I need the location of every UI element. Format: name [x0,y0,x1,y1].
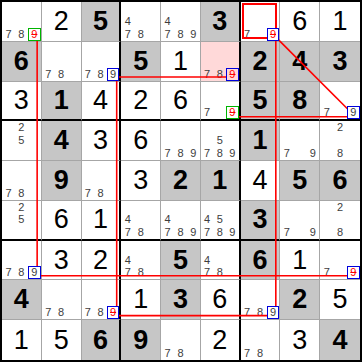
solved-digit: 1 [2,320,41,360]
candidate-grid: 79 [320,82,360,120]
candidate-9-eliminated: 9 [267,28,280,41]
candidate-9: 9 [226,147,239,160]
candidate-8: 8 [134,226,147,239]
given-digit: 5 [121,42,160,81]
candidate-7: 7 [241,306,254,319]
candidate-4: 4 [121,213,134,226]
candidate-8: 8 [213,267,226,280]
cell-r4c6[interactable]: 5789 [201,121,241,161]
cell-r4c1[interactable]: 25 [2,121,42,161]
cell-r1c1[interactable]: 789 [2,2,42,42]
candidate-grid: 789 [82,280,120,319]
cell-r2c8[interactable]: 4 [280,42,320,82]
candidate-7: 7 [82,187,95,200]
cell-r3c7[interactable]: 5 [241,82,281,122]
candidate-9: 9 [187,147,200,160]
cell-r1c4[interactable]: 478 [121,2,161,42]
candidate-grid: 789 [161,121,200,160]
cell-r7c1[interactable]: 789 [2,241,42,281]
candidate-8: 8 [134,28,147,41]
candidate-9-chain-node: 9 [107,68,120,81]
given-digit: 4 [2,280,41,319]
candidate-7: 7 [280,226,293,239]
solved-digit: 6 [201,280,239,319]
cell-r8c9[interactable]: 5 [320,280,360,320]
candidate-2: 2 [15,201,28,214]
cell-r7c9[interactable]: 79 [320,241,360,281]
candidate-grid: 79 [320,241,360,280]
cell-r9c5[interactable]: 78 [161,320,201,360]
cell-r2c1[interactable]: 6 [2,42,42,82]
candidate-7: 7 [201,68,214,81]
solved-digit: 3 [121,161,160,200]
cell-r7c5[interactable]: 5 [161,241,201,281]
cell-r5c5[interactable]: 2 [161,161,201,201]
cell-r9c3[interactable]: 6 [82,320,122,360]
candidate-8: 8 [254,306,267,319]
candidate-9: 9 [187,226,200,239]
candidate-4: 4 [201,213,214,226]
cell-r3c4[interactable]: 2 [121,82,161,122]
candidate-grid: 478 [121,2,160,41]
given-digit: 1 [201,161,239,200]
candidate-7: 7 [241,347,254,360]
candidate-grid: 4789 [161,201,200,239]
cell-r2c5[interactable]: 1 [161,42,201,82]
candidate-7: 7 [201,147,214,160]
cell-r3c6[interactable]: 79 [201,82,241,122]
candidate-grid: 28 [320,201,360,239]
given-digit: 4 [42,121,81,160]
candidate-8: 8 [213,68,226,81]
given-digit: 3 [320,42,360,81]
candidate-8: 8 [213,147,226,160]
cell-r8c6[interactable]: 6 [201,280,241,320]
solved-digit: 5 [320,280,360,319]
cell-r2c9[interactable]: 3 [320,42,360,82]
candidate-8: 8 [254,347,267,360]
cell-r7c2[interactable]: 3 [42,241,82,281]
given-digit: 1 [42,82,81,120]
cell-r5c1[interactable]: 78 [2,161,42,201]
cell-r1c2[interactable]: 2 [42,2,82,42]
cell-r7c7[interactable]: 6 [241,241,281,281]
candidate-7: 7 [280,147,293,160]
cell-r4c9[interactable]: 28 [320,121,360,161]
candidate-8: 8 [174,347,187,360]
candidate-4: 4 [201,254,214,267]
candidate-7: 7 [320,266,333,279]
candidate-grid: 789 [241,280,280,319]
candidate-9: 9 [306,226,319,239]
candidate-grid: 478 [121,201,160,239]
candidate-5: 5 [15,213,28,226]
candidate-7: 7 [320,106,333,119]
cell-r7c4[interactable]: 478 [121,241,161,281]
cell-r4c4[interactable]: 6 [121,121,161,161]
given-digit: 4 [320,320,360,360]
cell-r5c8[interactable]: 5 [280,161,320,201]
cell-r9c6[interactable]: 2 [201,320,241,360]
cell-r3c8[interactable]: 8 [280,82,320,122]
solved-digit: 2 [82,241,120,280]
candidate-2: 2 [15,121,28,134]
cell-r7c6[interactable]: 478 [201,241,241,281]
candidate-8: 8 [213,226,226,239]
cell-r2c7[interactable]: 2 [241,42,281,82]
cell-r1c5[interactable]: 4789 [161,2,201,42]
candidate-9-eliminated: 9 [226,106,239,119]
cell-r2c4[interactable]: 5 [121,42,161,82]
candidate-7: 7 [2,28,15,41]
given-digit: 3 [241,201,280,239]
given-digit: 1 [241,121,280,160]
candidate-7: 7 [82,306,95,319]
cell-r8c7[interactable]: 789 [241,280,281,320]
candidate-7: 7 [161,226,174,239]
cell-r5c2[interactable]: 9 [42,161,82,201]
candidate-7: 7 [42,306,55,319]
candidate-grid: 79 [280,201,319,239]
candidate-grid: 78 [161,320,200,360]
cell-r6c9[interactable]: 28 [320,201,360,241]
solved-digit: 1 [82,201,120,239]
candidate-9: 9 [226,226,239,239]
cell-r1c6[interactable]: 3 [201,2,241,42]
cell-r5c3[interactable]: 78 [82,161,122,201]
given-digit: 9 [42,161,81,200]
candidate-grid: 78 [241,320,280,360]
sudoku-board: 7892547847893796167878951789243314267958… [0,0,362,362]
candidate-grid: 789 [201,42,239,81]
candidate-5: 5 [213,134,226,147]
candidate-9: 9 [306,147,319,160]
candidate-5: 5 [15,134,28,147]
cell-r6c8[interactable]: 79 [280,201,320,241]
candidate-9-eliminated: 9 [107,306,120,319]
candidate-8: 8 [94,68,107,81]
solved-digit: 3 [280,320,319,360]
given-digit: 6 [82,320,120,360]
solved-digit: 4 [82,82,120,120]
cell-r4c7[interactable]: 1 [241,121,281,161]
solved-digit: 3 [2,82,41,120]
cell-r8c8[interactable]: 2 [280,280,320,320]
solved-digit: 2 [121,82,160,120]
given-digit: 6 [241,241,280,280]
solved-digit: 6 [280,2,319,41]
candidate-7: 7 [201,267,214,280]
solved-digit: 2 [201,320,239,360]
solved-digit: 6 [42,201,81,239]
cell-r1c3[interactable]: 5 [82,2,122,42]
candidate-4: 4 [121,254,134,267]
cell-r7c8[interactable]: 1 [280,241,320,281]
candidate-4: 4 [121,15,134,28]
candidate-grid: 79 [241,2,280,41]
given-digit: 3 [161,280,200,319]
solved-digit: 3 [42,241,81,280]
given-digit: 8 [280,82,319,120]
given-digit: 9 [121,320,160,360]
candidate-7: 7 [241,28,254,41]
cell-r9c4[interactable]: 9 [121,320,161,360]
candidate-7: 7 [82,68,95,81]
solved-digit: 5 [42,320,81,360]
candidate-8: 8 [15,266,28,279]
candidate-9-eliminated: 9 [347,266,360,279]
candidate-7: 7 [201,106,214,119]
candidate-8: 8 [94,187,107,200]
candidate-grid: 28 [320,121,360,160]
cell-r5c9[interactable]: 6 [320,161,360,201]
candidate-9-eliminated: 9 [28,28,41,41]
cell-r9c2[interactable]: 5 [42,320,82,360]
cell-r8c3[interactable]: 789 [82,280,122,320]
candidate-7: 7 [201,226,214,239]
solved-digit: 2 [42,2,81,41]
candidate-7: 7 [161,147,174,160]
given-digit: 2 [280,280,319,319]
cell-r9c1[interactable]: 1 [2,320,42,360]
cell-r6c3[interactable]: 1 [82,201,122,241]
cell-r3c9[interactable]: 79 [320,82,360,122]
cell-r5c7[interactable]: 4 [241,161,281,201]
cell-r1c7[interactable]: 79 [241,2,281,42]
candidate-grid: 789 [82,42,120,81]
candidate-7: 7 [121,28,134,41]
candidate-8: 8 [55,68,68,81]
candidate-grid: 789 [2,241,41,280]
candidate-7: 7 [161,28,174,41]
solved-digit: 3 [82,121,120,160]
candidate-8: 8 [174,147,187,160]
candidate-8: 8 [333,147,346,160]
cell-r6c6[interactable]: 45789 [201,201,241,241]
candidate-8: 8 [15,187,28,200]
cell-r3c1[interactable]: 3 [2,82,42,122]
candidate-grid: 478 [121,241,160,280]
candidate-grid: 78 [82,161,120,200]
candidate-8: 8 [134,267,147,280]
candidate-7: 7 [2,266,15,279]
candidate-grid: 45789 [201,201,239,239]
given-digit: 4 [280,42,319,81]
solved-digit: 1 [320,2,360,41]
given-digit: 5 [241,82,280,120]
candidate-9-chain-node: 9 [267,306,280,319]
candidate-grid: 25 [2,121,41,160]
candidate-7: 7 [121,226,134,239]
candidate-2: 2 [333,201,346,214]
cell-r8c4[interactable]: 1 [121,280,161,320]
cell-r5c4[interactable]: 3 [121,161,161,201]
candidate-7: 7 [42,68,55,81]
cell-r5c6[interactable]: 1 [201,161,241,201]
candidate-7: 7 [2,187,15,200]
candidate-grid: 4789 [161,2,200,41]
cell-r2c2[interactable]: 78 [42,42,82,82]
cell-r9c9[interactable]: 4 [320,320,360,360]
candidate-8: 8 [174,226,187,239]
candidate-grid: 78 [42,280,81,319]
candidate-7: 7 [161,347,174,360]
candidate-2: 2 [333,121,346,134]
cell-r6c1[interactable]: 25 [2,201,42,241]
given-digit: 2 [241,42,280,81]
solved-digit: 1 [161,42,200,81]
cell-r6c5[interactable]: 4789 [161,201,201,241]
cell-r6c2[interactable]: 6 [42,201,82,241]
candidate-9-eliminated: 9 [226,68,239,81]
cell-r4c3[interactable]: 3 [82,121,122,161]
cell-r6c7[interactable]: 3 [241,201,281,241]
candidate-grid: 79 [280,121,319,160]
solved-digit: 6 [121,121,160,160]
solved-digit: 1 [121,280,160,319]
candidate-9-chain-node: 9 [28,266,41,279]
cell-r1c8[interactable]: 6 [280,2,320,42]
candidate-9-chain-node: 9 [347,106,360,119]
cell-r7c3[interactable]: 2 [82,241,122,281]
cell-r3c3[interactable]: 4 [82,82,122,122]
candidate-8: 8 [15,28,28,41]
given-digit: 5 [280,161,319,200]
cell-r3c2[interactable]: 1 [42,82,82,122]
cell-r9c7[interactable]: 78 [241,320,281,360]
candidate-grid: 78 [2,161,41,200]
given-digit: 2 [161,161,200,200]
given-digit: 5 [161,241,200,280]
cell-r3c5[interactable]: 6 [161,82,201,122]
cell-r2c6[interactable]: 789 [201,42,241,82]
solved-digit: 4 [241,161,280,200]
cell-r1c9[interactable]: 1 [320,2,360,42]
cell-r9c8[interactable]: 3 [280,320,320,360]
cell-r8c2[interactable]: 78 [42,280,82,320]
given-digit: 5 [82,2,120,41]
solved-digit: 1 [280,241,319,280]
candidate-grid: 5789 [201,121,239,160]
candidate-grid: 789 [2,2,41,41]
candidate-9: 9 [187,28,200,41]
cell-r8c5[interactable]: 3 [161,280,201,320]
candidate-grid: 78 [42,42,81,81]
given-digit: 6 [320,161,360,200]
candidate-8: 8 [174,28,187,41]
cell-r4c8[interactable]: 79 [280,121,320,161]
cell-r4c5[interactable]: 789 [161,121,201,161]
candidate-4: 4 [161,213,174,226]
candidate-7: 7 [121,267,134,280]
cell-r8c1[interactable]: 4 [2,280,42,320]
candidate-8: 8 [55,306,68,319]
given-digit: 6 [2,42,41,81]
candidate-grid: 478 [201,241,239,280]
given-digit: 3 [201,2,239,41]
candidate-grid: 79 [201,82,239,120]
cell-r4c2[interactable]: 4 [42,121,82,161]
solved-digit: 6 [161,82,200,120]
cell-r2c3[interactable]: 789 [82,42,122,82]
candidate-8: 8 [333,226,346,239]
cell-r6c4[interactable]: 478 [121,201,161,241]
candidate-4: 4 [161,15,174,28]
candidate-5: 5 [213,213,226,226]
candidate-8: 8 [94,306,107,319]
candidate-grid: 25 [2,201,41,239]
